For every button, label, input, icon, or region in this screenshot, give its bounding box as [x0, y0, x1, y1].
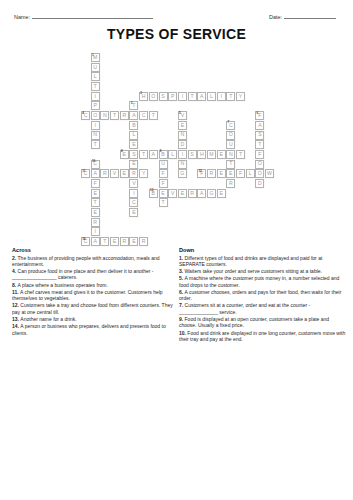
- down-header: Down: [179, 247, 346, 253]
- date-row: Date:: [269, 13, 336, 20]
- cell-letter: F: [239, 171, 242, 176]
- grid-cell[interactable]: L: [168, 150, 177, 159]
- cell-letter: T: [94, 142, 97, 147]
- grid-cell[interactable]: T: [91, 140, 100, 149]
- cell-letter: L: [210, 94, 213, 99]
- clue-number: 12: [198, 170, 201, 173]
- cell-letter: E: [113, 239, 116, 244]
- grid-cell[interactable]: Y: [139, 169, 148, 178]
- grid-cell[interactable]: R: [120, 111, 129, 120]
- grid-cell[interactable]: R: [100, 169, 109, 178]
- cell-letter: N: [103, 113, 107, 118]
- grid-cell[interactable]: I: [91, 92, 100, 101]
- grid-cell[interactable]: E: [91, 208, 100, 217]
- clue-number: 14: [82, 238, 85, 241]
- cell-letter: R: [229, 181, 233, 186]
- cell-letter: L: [132, 132, 135, 137]
- clue-across-13: 13. Another name for a drink.: [12, 316, 175, 322]
- grid-cell[interactable]: F: [91, 179, 100, 188]
- cell-letter: R: [142, 239, 146, 244]
- clue-across-14: 14. A person or business who prepares, d…: [12, 323, 175, 336]
- grid-cell[interactable]: N: [178, 160, 187, 169]
- cell-letter: C: [84, 113, 88, 118]
- cell-letter: B: [161, 152, 164, 157]
- grid-cell[interactable]: V: [129, 179, 138, 188]
- grid-cell[interactable]: R: [129, 169, 138, 178]
- cell-letter: T: [161, 200, 164, 205]
- cell-letter: A: [258, 123, 261, 128]
- grid-cell[interactable]: T: [139, 150, 148, 159]
- name-label: Name:: [14, 14, 30, 20]
- grid-cell[interactable]: T: [188, 92, 197, 101]
- grid-cell[interactable]: I: [91, 121, 100, 130]
- grid-cell[interactable]: A: [91, 237, 100, 246]
- cell-letter: P: [171, 94, 174, 99]
- cell-letter: I: [133, 191, 134, 196]
- down-clue-list: 1. Different types of food and drinks ar…: [179, 255, 346, 343]
- grid-cell[interactable]: E: [217, 169, 226, 178]
- date-field[interactable]: [284, 13, 336, 19]
- clue-number-label: 6.: [179, 289, 185, 295]
- grid-cell[interactable]: O: [149, 92, 158, 101]
- grid-cell[interactable]: T: [226, 160, 235, 169]
- grid-cell[interactable]: Y: [236, 92, 245, 101]
- grid-cell[interactable]: 6F: [255, 111, 264, 120]
- grid-cell[interactable]: 2H: [139, 92, 148, 101]
- grid-cell[interactable]: R: [91, 218, 100, 227]
- clue-number-label: 7.: [179, 302, 185, 308]
- clue-down-3: 3. Waiters take your order and serve cus…: [179, 268, 346, 274]
- cell-letter: A: [132, 113, 135, 118]
- cell-letter: N: [93, 132, 97, 137]
- clue-number: 4: [82, 112, 84, 115]
- grid-cell[interactable]: 11C: [81, 169, 90, 178]
- grid-cell[interactable]: U: [226, 140, 235, 149]
- cell-letter: V: [113, 171, 116, 176]
- clue-across-12: 12. Customers take a tray and choose foo…: [12, 302, 175, 315]
- clue-across-4: 4. Can produce food in one place and the…: [12, 268, 175, 281]
- cell-letter: L: [249, 171, 252, 176]
- cell-letter: E: [161, 191, 164, 196]
- cell-letter: W: [267, 171, 272, 176]
- cell-letter: T: [94, 200, 97, 205]
- grid-cell[interactable]: F: [159, 169, 168, 178]
- cell-letter: F: [161, 181, 164, 186]
- clue-down-5: 5. A machine where the customer puts mon…: [179, 275, 346, 288]
- cell-letter: V: [171, 191, 174, 196]
- grid-cell[interactable]: E: [120, 169, 129, 178]
- cell-letter: T: [190, 94, 193, 99]
- grid-cell[interactable]: L: [129, 131, 138, 140]
- name-row: Name:: [14, 13, 153, 20]
- cell-letter: D: [258, 181, 262, 186]
- grid-cell[interactable]: D: [178, 140, 187, 149]
- clue-down-1: 1. Different types of food and drinks ar…: [179, 255, 346, 268]
- grid-cell[interactable]: A: [91, 169, 100, 178]
- across-clue-list: 2. The business of providing people with…: [12, 255, 175, 336]
- cell-letter: T: [94, 84, 97, 89]
- cell-letter: F: [94, 181, 97, 186]
- grid-cell[interactable]: G: [207, 189, 216, 198]
- cell-letter: D: [181, 142, 185, 147]
- cell-letter: O: [229, 132, 233, 137]
- cell-letter: E: [123, 152, 126, 157]
- clue-number: 5: [179, 112, 181, 115]
- cell-letter: T: [142, 152, 145, 157]
- down-clues-section: Down 1. Different types of food and drin…: [179, 247, 346, 343]
- cell-letter: R: [122, 113, 126, 118]
- clue-number-label: 3.: [179, 268, 185, 274]
- clue-number: 2: [140, 92, 142, 95]
- cell-letter: O: [258, 161, 262, 166]
- grid-cell[interactable]: T: [226, 92, 235, 101]
- grid-cell[interactable]: P: [91, 101, 100, 110]
- cell-letter: E: [132, 210, 135, 215]
- cell-letter: O: [93, 113, 97, 118]
- grid-cell[interactable]: E: [129, 237, 138, 246]
- cell-letter: E: [123, 171, 126, 176]
- grid-cell[interactable]: 9B: [159, 150, 168, 159]
- grid-cell[interactable]: S: [159, 92, 168, 101]
- grid-cell[interactable]: E: [110, 237, 119, 246]
- grid-cell[interactable]: I: [217, 92, 226, 101]
- cell-letter: E: [132, 161, 135, 166]
- grid-cell[interactable]: M: [207, 150, 216, 159]
- cell-letter: T: [103, 239, 106, 244]
- clue-number: 7: [228, 121, 230, 124]
- cell-letter: G: [209, 191, 213, 196]
- cell-letter: C: [142, 113, 146, 118]
- clue-across-2: 2. The business of providing people with…: [12, 255, 175, 268]
- page-title: TYPES OF SERVICE: [0, 26, 353, 42]
- cell-letter: R: [93, 220, 97, 225]
- cell-letter: R: [190, 191, 194, 196]
- clue-number: 1: [92, 54, 94, 57]
- cell-letter: T: [132, 103, 135, 108]
- clue-number: 9: [160, 150, 162, 153]
- cell-letter: I: [94, 123, 95, 128]
- grid-cell[interactable]: N: [226, 150, 235, 159]
- cell-letter: C: [229, 123, 233, 128]
- grid-cell[interactable]: A: [197, 92, 206, 101]
- name-field[interactable]: [32, 13, 153, 19]
- grid-cell[interactable]: E: [178, 189, 187, 198]
- grid-cell[interactable]: N: [91, 131, 100, 140]
- cell-letter: R: [103, 171, 107, 176]
- grid-cell[interactable]: T: [110, 111, 119, 120]
- cell-letter: V: [181, 113, 184, 118]
- cell-letter: F: [161, 171, 164, 176]
- grid-cell[interactable]: V: [110, 169, 119, 178]
- cell-letter: E: [132, 239, 135, 244]
- clue-number: 3: [131, 102, 133, 105]
- cell-letter: E: [229, 171, 232, 176]
- cell-letter: H: [142, 94, 146, 99]
- clue-down-6: 6. A customer chooses, orders and pays f…: [179, 289, 346, 302]
- grid-cell[interactable]: R: [139, 237, 148, 246]
- grid-cell[interactable]: T: [91, 82, 100, 91]
- grid-cell[interactable]: C: [139, 111, 148, 120]
- grid-cell[interactable]: 8E: [120, 150, 129, 159]
- grid-cell[interactable]: L: [91, 72, 100, 81]
- worksheet-page: Name: Date: TYPES OF SERVICE 1MULTI2HOSP…: [0, 0, 353, 500]
- grid-cell[interactable]: I: [129, 189, 138, 198]
- cell-letter: T: [152, 113, 155, 118]
- grid-cell[interactable]: 4C: [81, 111, 90, 120]
- date-label: Date:: [269, 14, 282, 20]
- cell-letter: E: [132, 142, 135, 147]
- grid-cell[interactable]: 14C: [81, 237, 90, 246]
- cell-letter: N: [181, 132, 185, 137]
- grid-cell[interactable]: E: [217, 189, 226, 198]
- cell-letter: I: [220, 94, 221, 99]
- cell-letter: O: [151, 94, 155, 99]
- cell-letter: B: [132, 123, 135, 128]
- grid-cell[interactable]: G: [178, 169, 187, 178]
- grid-cell[interactable]: 10C: [91, 160, 100, 169]
- clue-number-label: 13.: [12, 316, 20, 322]
- clue-number-label: 1.: [179, 255, 185, 261]
- cell-letter: Y: [142, 171, 145, 176]
- grid-cell[interactable]: I: [178, 92, 187, 101]
- cell-letter: T: [229, 94, 232, 99]
- grid-cell[interactable]: N: [100, 111, 109, 120]
- grid-cell[interactable]: 7C: [226, 121, 235, 130]
- grid-cell[interactable]: T: [159, 198, 168, 207]
- cell-letter: A: [200, 191, 203, 196]
- clue-down-9: 9. Food is displayed at an open counter,…: [179, 316, 346, 329]
- grid-cell[interactable]: 5V: [178, 111, 187, 120]
- cell-letter: E: [181, 191, 184, 196]
- clue-number: 10: [92, 160, 95, 163]
- cell-letter: T: [239, 152, 242, 157]
- clue-across-11: 11. A chef carves meat and gives it to t…: [12, 289, 175, 302]
- cell-letter: F: [258, 152, 261, 157]
- grid-cell[interactable]: S: [129, 150, 138, 159]
- cell-letter: M: [209, 152, 213, 157]
- grid-cell[interactable]: L: [246, 169, 255, 178]
- grid-cell[interactable]: U: [91, 63, 100, 72]
- grid-cell[interactable]: R: [188, 189, 197, 198]
- cell-letter: R: [210, 171, 214, 176]
- cell-letter: S: [258, 132, 261, 137]
- grid-cell[interactable]: E: [129, 208, 138, 217]
- grid-cell[interactable]: T: [149, 111, 158, 120]
- grid-cell[interactable]: E: [91, 189, 100, 198]
- cell-letter: F: [258, 113, 261, 118]
- clue-number-label: 2.: [12, 255, 18, 261]
- grid-cell[interactable]: A: [255, 121, 264, 130]
- grid-cell[interactable]: S: [255, 131, 264, 140]
- grid-cell[interactable]: F: [236, 169, 245, 178]
- grid-cell[interactable]: R: [120, 237, 129, 246]
- grid-cell[interactable]: T: [236, 150, 245, 159]
- grid-cell[interactable]: A: [149, 150, 158, 159]
- grid-cell[interactable]: B: [129, 121, 138, 130]
- cell-letter: O: [258, 171, 262, 176]
- grid-cell[interactable]: V: [168, 189, 177, 198]
- cell-letter: A: [93, 239, 96, 244]
- cell-letter: G: [180, 171, 184, 176]
- grid-cell[interactable]: T: [255, 140, 264, 149]
- across-clues-section: Across 2. The business of providing peop…: [12, 247, 175, 337]
- grid-cell[interactable]: I: [91, 227, 100, 236]
- grid-cell[interactable]: O: [226, 131, 235, 140]
- cell-letter: E: [219, 171, 222, 176]
- grid-cell[interactable]: E: [129, 140, 138, 149]
- cell-letter: E: [219, 152, 222, 157]
- clue-number: 6: [257, 112, 259, 115]
- cell-letter: E: [93, 210, 96, 215]
- clue-down-7: 7. Customers sit at a counter, order and…: [179, 302, 346, 315]
- cell-letter: S: [132, 152, 135, 157]
- grid-cell[interactable]: A: [197, 189, 206, 198]
- cell-letter: E: [181, 123, 184, 128]
- cell-letter: R: [122, 239, 126, 244]
- clue-number: 13: [150, 189, 153, 192]
- clue-number: 8: [121, 150, 123, 153]
- crossword-grid: 1MULTI2HOSPITALITYP3T4CONTRACT5V6FIBE7CA…: [81, 53, 274, 246]
- clue-number-label: 8.: [12, 282, 18, 288]
- grid-cell[interactable]: E: [226, 169, 235, 178]
- cell-letter: I: [94, 94, 95, 99]
- grid-cell[interactable]: 13B: [149, 189, 158, 198]
- cell-letter: S: [190, 152, 193, 157]
- clue-number-label: 9.: [179, 316, 185, 322]
- grid-cell[interactable]: D: [255, 179, 264, 188]
- grid-cell[interactable]: 1M: [91, 53, 100, 62]
- cell-letter: V: [132, 181, 135, 186]
- grid-cell[interactable]: 12F: [197, 169, 206, 178]
- grid-cell[interactable]: T: [91, 198, 100, 207]
- grid-cell[interactable]: O: [255, 169, 264, 178]
- grid-cell[interactable]: E: [178, 121, 187, 130]
- cell-letter: H: [200, 152, 204, 157]
- cell-letter: A: [93, 171, 96, 176]
- clue-number-label: 4.: [12, 268, 18, 274]
- grid-cell[interactable]: E: [129, 160, 138, 169]
- cell-letter: R: [132, 171, 136, 176]
- grid-cell[interactable]: O: [255, 160, 264, 169]
- grid-cell[interactable]: L: [207, 92, 216, 101]
- grid-cell[interactable]: H: [197, 150, 206, 159]
- cell-letter: A: [152, 152, 155, 157]
- grid-cell[interactable]: F: [159, 179, 168, 188]
- grid-cell[interactable]: 3T: [129, 101, 138, 110]
- cell-letter: E: [219, 191, 222, 196]
- grid-cell[interactable]: N: [178, 131, 187, 140]
- clue-number: 11: [82, 170, 85, 173]
- clue-number-label: 10.: [179, 330, 187, 336]
- grid-cell[interactable]: A: [129, 111, 138, 120]
- cell-letter: A: [200, 94, 203, 99]
- cell-letter: T: [229, 161, 232, 166]
- grid-cell[interactable]: T: [100, 237, 109, 246]
- grid-cell[interactable]: S: [188, 150, 197, 159]
- clue-number-label: 14.: [12, 323, 20, 329]
- grid-cell[interactable]: R: [207, 169, 216, 178]
- cell-letter: L: [171, 152, 174, 157]
- cell-letter: T: [258, 142, 261, 147]
- cell-letter: I: [94, 229, 95, 234]
- cell-letter: L: [94, 74, 97, 79]
- grid-cell[interactable]: I: [178, 150, 187, 159]
- grid-cell[interactable]: F: [255, 150, 264, 159]
- across-header: Across: [12, 247, 175, 253]
- cell-letter: U: [161, 161, 165, 166]
- grid-cell[interactable]: E: [217, 150, 226, 159]
- cell-letter: P: [93, 103, 96, 108]
- clue-number-label: 11.: [12, 289, 20, 295]
- grid-cell[interactable]: W: [265, 169, 274, 178]
- cell-letter: I: [182, 152, 183, 157]
- clue-number-label: 5.: [179, 275, 185, 281]
- clue-number-label: 12.: [12, 302, 20, 308]
- grid-cell[interactable]: R: [226, 179, 235, 188]
- grid-cell[interactable]: O: [91, 111, 100, 120]
- cell-letter: T: [113, 113, 116, 118]
- clue-across-8: 8. A place where a business operates fro…: [12, 282, 175, 288]
- cell-letter: C: [132, 200, 136, 205]
- clue-down-10: 10. Food and drink are displayed in one …: [179, 330, 346, 343]
- cell-letter: E: [93, 191, 96, 196]
- cell-letter: U: [229, 142, 233, 147]
- cell-letter: Y: [239, 94, 242, 99]
- grid-cell[interactable]: P: [168, 92, 177, 101]
- grid-cell[interactable]: U: [159, 160, 168, 169]
- cell-letter: S: [161, 94, 164, 99]
- cell-letter: N: [229, 152, 233, 157]
- grid-cell[interactable]: E: [159, 189, 168, 198]
- cell-letter: U: [93, 65, 97, 70]
- grid-cell[interactable]: C: [129, 198, 138, 207]
- cell-letter: N: [181, 161, 185, 166]
- cell-letter: I: [182, 94, 183, 99]
